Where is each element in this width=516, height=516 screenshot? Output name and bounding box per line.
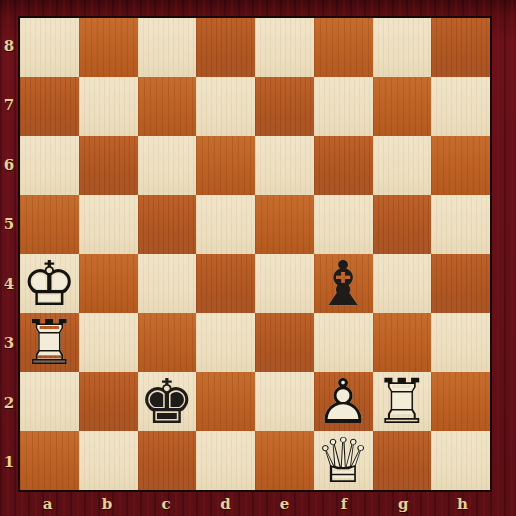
square-e4[interactable] (255, 254, 314, 313)
white-rook[interactable]: ♜♖ (373, 372, 432, 431)
square-d1[interactable] (196, 431, 255, 490)
chess-board: ♚♔♝♜♖♚♟♙♜♖♛♕ (18, 16, 492, 492)
file-label-g: g (374, 492, 433, 516)
square-f1[interactable]: ♛♕ (314, 431, 373, 490)
square-g6[interactable] (373, 136, 432, 195)
file-label-b: b (77, 492, 136, 516)
square-a8[interactable] (20, 18, 79, 77)
square-a1[interactable] (20, 431, 79, 490)
file-label-a: a (18, 492, 77, 516)
rank-label-2: 2 (0, 373, 18, 433)
white-rook[interactable]: ♜♖ (20, 313, 79, 372)
rank-label-3: 3 (0, 314, 18, 374)
square-c5[interactable] (138, 195, 197, 254)
black-king[interactable]: ♚ (138, 372, 197, 431)
square-e7[interactable] (255, 77, 314, 136)
rank-label-8: 8 (0, 16, 18, 76)
white-king-outline: ♔ (22, 254, 78, 313)
square-g2[interactable]: ♜♖ (373, 372, 432, 431)
black-bishop-glyph: ♝ (315, 254, 371, 313)
square-d8[interactable] (196, 18, 255, 77)
square-c3[interactable] (138, 313, 197, 372)
square-a5[interactable] (20, 195, 79, 254)
square-g3[interactable] (373, 313, 432, 372)
square-a4[interactable]: ♚♔ (20, 254, 79, 313)
file-label-e: e (255, 492, 314, 516)
square-g5[interactable] (373, 195, 432, 254)
square-b1[interactable] (79, 431, 138, 490)
square-e5[interactable] (255, 195, 314, 254)
square-a3[interactable]: ♜♖ (20, 313, 79, 372)
square-g1[interactable] (373, 431, 432, 490)
square-d3[interactable] (196, 313, 255, 372)
square-f7[interactable] (314, 77, 373, 136)
square-e8[interactable] (255, 18, 314, 77)
rank-label-4: 4 (0, 254, 18, 314)
square-g8[interactable] (373, 18, 432, 77)
file-label-f: f (314, 492, 373, 516)
square-f3[interactable] (314, 313, 373, 372)
white-king[interactable]: ♚♔ (20, 254, 79, 313)
rank-label-7: 7 (0, 76, 18, 136)
white-pawn[interactable]: ♟♙ (314, 372, 373, 431)
square-b5[interactable] (79, 195, 138, 254)
square-e1[interactable] (255, 431, 314, 490)
square-f4[interactable]: ♝ (314, 254, 373, 313)
square-c8[interactable] (138, 18, 197, 77)
white-queen[interactable]: ♛♕ (314, 431, 373, 490)
white-queen-outline: ♕ (315, 431, 371, 490)
square-h6[interactable] (431, 136, 490, 195)
black-king-glyph: ♚ (139, 372, 195, 431)
square-c7[interactable] (138, 77, 197, 136)
square-c1[interactable] (138, 431, 197, 490)
black-bishop[interactable]: ♝ (314, 254, 373, 313)
square-c2[interactable]: ♚ (138, 372, 197, 431)
white-pawn-outline: ♙ (315, 372, 371, 431)
square-b4[interactable] (79, 254, 138, 313)
square-e3[interactable] (255, 313, 314, 372)
square-h3[interactable] (431, 313, 490, 372)
square-d4[interactable] (196, 254, 255, 313)
rank-label-1: 1 (0, 433, 18, 493)
square-d5[interactable] (196, 195, 255, 254)
square-b3[interactable] (79, 313, 138, 372)
square-h5[interactable] (431, 195, 490, 254)
white-rook-outline: ♖ (22, 313, 78, 372)
square-a7[interactable] (20, 77, 79, 136)
square-d7[interactable] (196, 77, 255, 136)
square-g4[interactable] (373, 254, 432, 313)
file-label-c: c (137, 492, 196, 516)
file-label-h: h (433, 492, 492, 516)
square-c4[interactable] (138, 254, 197, 313)
square-h4[interactable] (431, 254, 490, 313)
square-b2[interactable] (79, 372, 138, 431)
square-e2[interactable] (255, 372, 314, 431)
file-label-d: d (196, 492, 255, 516)
square-h8[interactable] (431, 18, 490, 77)
square-h2[interactable] (431, 372, 490, 431)
white-rook-outline: ♖ (374, 372, 430, 431)
square-g7[interactable] (373, 77, 432, 136)
square-b7[interactable] (79, 77, 138, 136)
square-f8[interactable] (314, 18, 373, 77)
square-d6[interactable] (196, 136, 255, 195)
rank-label-6: 6 (0, 135, 18, 195)
square-f2[interactable]: ♟♙ (314, 372, 373, 431)
square-c6[interactable] (138, 136, 197, 195)
square-a2[interactable] (20, 372, 79, 431)
square-h1[interactable] (431, 431, 490, 490)
square-a6[interactable] (20, 136, 79, 195)
square-b6[interactable] (79, 136, 138, 195)
rank-label-5: 5 (0, 195, 18, 255)
square-h7[interactable] (431, 77, 490, 136)
chess-board-frame: 87654321 ♚♔♝♜♖♚♟♙♜♖♛♕ abcdefgh (0, 0, 516, 516)
rank-labels: 87654321 (0, 16, 18, 492)
file-labels: abcdefgh (18, 492, 492, 516)
square-f6[interactable] (314, 136, 373, 195)
square-d2[interactable] (196, 372, 255, 431)
square-f5[interactable] (314, 195, 373, 254)
square-e6[interactable] (255, 136, 314, 195)
square-b8[interactable] (79, 18, 138, 77)
